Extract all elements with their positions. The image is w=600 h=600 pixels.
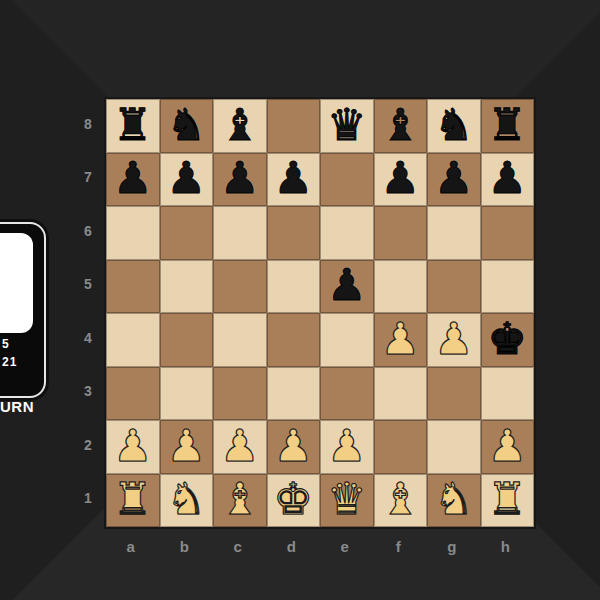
square-g2[interactable] (427, 420, 481, 474)
file-label-d: d (265, 533, 319, 559)
black-pawn-d7[interactable]: ♟ (274, 156, 313, 200)
square-e4[interactable] (320, 313, 374, 367)
square-d3[interactable] (267, 367, 321, 421)
square-h2[interactable]: ♟ (481, 420, 535, 474)
square-b3[interactable] (160, 367, 214, 421)
square-a1[interactable]: ♜ (106, 474, 160, 528)
square-d5[interactable] (267, 260, 321, 314)
square-d8[interactable] (267, 99, 321, 153)
black-pawn-e5[interactable]: ♟ (327, 263, 366, 307)
black-bishop-f8[interactable]: ♝ (381, 103, 420, 147)
player-name-fragment: 5 (2, 337, 10, 351)
square-b5[interactable] (160, 260, 214, 314)
square-f7[interactable]: ♟ (374, 153, 428, 207)
square-c4[interactable] (213, 313, 267, 367)
white-pawn-c2[interactable]: ♟ (220, 424, 259, 468)
file-labels: abcdefgh (104, 533, 532, 559)
white-bishop-f1[interactable]: ♝ (381, 477, 420, 521)
square-g5[interactable] (427, 260, 481, 314)
black-pawn-a7[interactable]: ♟ (113, 156, 152, 200)
square-f2[interactable] (374, 420, 428, 474)
white-pawn-a2[interactable]: ♟ (113, 424, 152, 468)
black-bishop-c8[interactable]: ♝ (220, 103, 259, 147)
rank-labels: 87654321 (78, 97, 98, 525)
square-f1[interactable]: ♝ (374, 474, 428, 528)
white-pawn-e2[interactable]: ♟ (327, 424, 366, 468)
square-e6[interactable] (320, 206, 374, 260)
square-b7[interactable]: ♟ (160, 153, 214, 207)
square-f4[interactable]: ♟ (374, 313, 428, 367)
black-pawn-f7[interactable]: ♟ (381, 156, 420, 200)
file-label-g: g (425, 533, 479, 559)
square-a4[interactable] (106, 313, 160, 367)
square-a3[interactable] (106, 367, 160, 421)
black-rook-h8[interactable]: ♜ (488, 103, 527, 147)
white-pawn-d2[interactable]: ♟ (274, 424, 313, 468)
square-d6[interactable] (267, 206, 321, 260)
black-knight-g8[interactable]: ♞ (434, 103, 473, 147)
file-label-f: f (372, 533, 426, 559)
square-d7[interactable]: ♟ (267, 153, 321, 207)
square-h3[interactable] (481, 367, 535, 421)
square-e2[interactable]: ♟ (320, 420, 374, 474)
square-g8[interactable]: ♞ (427, 99, 481, 153)
square-f6[interactable] (374, 206, 428, 260)
white-bishop-c1[interactable]: ♝ (220, 477, 259, 521)
square-g6[interactable] (427, 206, 481, 260)
rank-label-4: 4 (78, 311, 98, 365)
square-g3[interactable] (427, 367, 481, 421)
rank-label-8: 8 (78, 97, 98, 151)
black-rook-a8[interactable]: ♜ (113, 103, 152, 147)
square-b6[interactable] (160, 206, 214, 260)
square-b8[interactable]: ♞ (160, 99, 214, 153)
player-card: 5 21 (0, 222, 46, 398)
square-h4[interactable]: ♚ (481, 313, 535, 367)
white-pawn-f4[interactable]: ♟ (381, 317, 420, 361)
square-b2[interactable]: ♟ (160, 420, 214, 474)
white-queen-e1[interactable]: ♛ (327, 477, 366, 521)
square-e3[interactable] (320, 367, 374, 421)
square-d4[interactable] (267, 313, 321, 367)
square-g4[interactable]: ♟ (427, 313, 481, 367)
black-pawn-g7[interactable]: ♟ (434, 156, 473, 200)
rank-label-3: 3 (78, 365, 98, 419)
turn-indicator-label: URN (0, 398, 34, 415)
square-c3[interactable] (213, 367, 267, 421)
white-pawn-b2[interactable]: ♟ (167, 424, 206, 468)
square-e1[interactable]: ♛ (320, 474, 374, 528)
square-h5[interactable] (481, 260, 535, 314)
square-c5[interactable] (213, 260, 267, 314)
square-h8[interactable]: ♜ (481, 99, 535, 153)
file-label-b: b (158, 533, 212, 559)
white-knight-g1[interactable]: ♞ (434, 477, 473, 521)
rank-label-5: 5 (78, 258, 98, 312)
rank-label-1: 1 (78, 472, 98, 526)
square-f3[interactable] (374, 367, 428, 421)
square-f5[interactable] (374, 260, 428, 314)
black-pawn-b7[interactable]: ♟ (167, 156, 206, 200)
square-h7[interactable]: ♟ (481, 153, 535, 207)
white-rook-h1[interactable]: ♜ (488, 477, 527, 521)
player-avatar (0, 233, 33, 333)
chess-board[interactable]: ♜♞♝♛♝♞♜♟♟♟♟♟♟♟♟♟♟♚♟♟♟♟♟♟♜♞♝♚♛♝♞♜ (104, 97, 536, 529)
square-d1[interactable]: ♚ (267, 474, 321, 528)
black-king-h4[interactable]: ♚ (488, 317, 527, 361)
square-a2[interactable]: ♟ (106, 420, 160, 474)
square-c1[interactable]: ♝ (213, 474, 267, 528)
square-c6[interactable] (213, 206, 267, 260)
square-e8[interactable]: ♛ (320, 99, 374, 153)
player-rating-fragment: 21 (2, 355, 17, 369)
square-g7[interactable]: ♟ (427, 153, 481, 207)
white-pawn-h2[interactable]: ♟ (488, 424, 527, 468)
black-pawn-c7[interactable]: ♟ (220, 156, 259, 200)
square-a5[interactable] (106, 260, 160, 314)
rank-label-6: 6 (78, 204, 98, 258)
black-pawn-h7[interactable]: ♟ (488, 156, 527, 200)
rank-label-7: 7 (78, 151, 98, 205)
square-e5[interactable]: ♟ (320, 260, 374, 314)
square-g1[interactable]: ♞ (427, 474, 481, 528)
white-rook-a1[interactable]: ♜ (113, 477, 152, 521)
white-pawn-g4[interactable]: ♟ (434, 317, 473, 361)
white-king-d1[interactable]: ♚ (274, 477, 313, 521)
square-a6[interactable] (106, 206, 160, 260)
square-h6[interactable] (481, 206, 535, 260)
square-c7[interactable]: ♟ (213, 153, 267, 207)
file-label-h: h (479, 533, 533, 559)
square-b4[interactable] (160, 313, 214, 367)
square-h1[interactable]: ♜ (481, 474, 535, 528)
rank-label-2: 2 (78, 418, 98, 472)
black-queen-e8[interactable]: ♛ (327, 103, 366, 147)
square-b1[interactable]: ♞ (160, 474, 214, 528)
square-c8[interactable]: ♝ (213, 99, 267, 153)
square-a8[interactable]: ♜ (106, 99, 160, 153)
white-knight-b1[interactable]: ♞ (167, 477, 206, 521)
file-label-e: e (318, 533, 372, 559)
square-c2[interactable]: ♟ (213, 420, 267, 474)
square-e7[interactable] (320, 153, 374, 207)
square-d2[interactable]: ♟ (267, 420, 321, 474)
file-label-c: c (211, 533, 265, 559)
square-a7[interactable]: ♟ (106, 153, 160, 207)
file-label-a: a (104, 533, 158, 559)
black-knight-b8[interactable]: ♞ (167, 103, 206, 147)
square-f8[interactable]: ♝ (374, 99, 428, 153)
